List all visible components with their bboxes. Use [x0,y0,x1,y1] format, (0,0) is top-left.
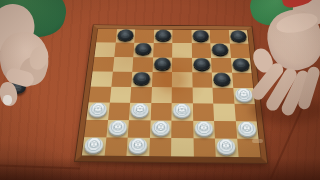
square-a5[interactable] [91,71,113,87]
square-g3[interactable] [213,104,235,121]
square-e1[interactable] [171,138,193,157]
square-b1 [104,137,128,156]
square-e6 [172,57,192,72]
checker-dark-b8[interactable]: ⛂ [117,30,134,41]
square-e5[interactable] [172,72,192,88]
square-h5 [232,72,254,88]
square-e2 [171,120,193,138]
scene: ⛂⛂⛂⛂⛂⛂⛂⛂⛂⛂⛂⛀⛀⛀⛀⛀⛀⛀⛀⛀⛀⛀ ⛂ [0,0,320,180]
checker-dark-g7[interactable]: ⛂ [212,44,229,56]
square-h8[interactable]: ⛂ [228,30,248,44]
square-c6 [132,57,152,72]
square-d5 [152,72,172,88]
square-e4 [172,87,193,103]
square-b5 [111,71,132,87]
square-e7[interactable] [172,43,191,57]
square-c1[interactable]: ⛀ [126,137,149,156]
square-c7[interactable]: ⛂ [133,43,153,57]
square-f7 [191,43,211,57]
square-f3 [192,104,214,121]
square-b3 [108,103,130,120]
square-g5[interactable]: ⛂ [212,72,233,88]
square-h2[interactable]: ⛀ [235,121,258,139]
square-f2[interactable]: ⛀ [193,120,215,138]
checker-light-c1[interactable]: ⛀ [128,138,147,154]
square-a8 [96,29,116,43]
square-f8[interactable]: ⛂ [191,30,210,44]
square-c8 [134,29,154,43]
square-d1 [149,138,172,157]
square-g8 [210,30,230,44]
square-a7[interactable] [94,43,115,57]
square-h7 [229,44,250,58]
checker-dark-h6[interactable]: ⛂ [232,58,250,70]
square-b6[interactable] [112,57,133,72]
checker-dark-c5[interactable]: ⛂ [133,72,151,85]
square-f6[interactable]: ⛂ [192,57,212,72]
square-b7 [114,43,134,57]
square-c2 [128,120,150,138]
checkers-board: ⛂⛂⛂⛂⛂⛂⛂⛂⛂⛂⛂⛀⛀⛀⛀⛀⛀⛀⛀⛀⛀⛀ [75,25,267,163]
square-a4 [89,87,111,103]
square-b2[interactable]: ⛀ [106,120,129,138]
square-a3[interactable]: ⛀ [86,103,109,120]
square-d8[interactable]: ⛂ [153,30,172,44]
square-f4[interactable] [192,87,213,103]
square-d2[interactable]: ⛀ [149,120,171,138]
square-c3[interactable]: ⛀ [129,103,151,120]
square-e3[interactable]: ⛀ [171,103,192,120]
square-h6[interactable]: ⛂ [231,58,252,73]
board-grid: ⛂⛂⛂⛂⛂⛂⛂⛂⛂⛂⛂⛀⛀⛀⛀⛀⛀⛀⛀⛀⛀⛀ [81,28,262,158]
checker-dark-f8[interactable]: ⛂ [193,30,209,41]
square-g6 [211,58,232,73]
checker-light-d2[interactable]: ⛀ [151,120,170,135]
square-b8[interactable]: ⛂ [115,29,135,43]
checker-dark-g5[interactable]: ⛂ [213,73,231,86]
frame-stamp [252,139,263,143]
square-g1[interactable]: ⛀ [215,138,238,157]
checker-dark-d8[interactable]: ⛂ [155,30,171,41]
checker-light-h2[interactable]: ⛀ [237,121,257,136]
checker-dark-c7[interactable]: ⛂ [135,43,152,55]
left-thumbnail [3,95,12,105]
checker-light-e3[interactable]: ⛀ [173,104,191,118]
square-g4 [212,88,234,104]
square-d4[interactable] [151,87,172,103]
square-a2 [84,119,107,137]
square-c4 [130,87,151,103]
checker-light-f2[interactable]: ⛀ [194,121,213,136]
checker-dark-d6[interactable]: ⛂ [154,57,171,69]
square-a6 [93,57,114,72]
square-f5 [192,72,213,88]
square-a1[interactable]: ⛀ [82,137,106,156]
checker-light-h4[interactable]: ⛀ [234,88,253,102]
checker-dark-h8[interactable]: ⛂ [230,30,247,41]
square-c5[interactable]: ⛂ [131,72,152,88]
checker-dark-f6[interactable]: ⛂ [193,58,210,70]
checker-light-g1[interactable]: ⛀ [217,139,237,155]
checker-light-c3[interactable]: ⛀ [131,103,149,117]
square-g7[interactable]: ⛂ [210,44,230,58]
square-g2 [214,121,237,139]
checker-light-a1[interactable]: ⛀ [84,137,104,153]
square-b4[interactable] [109,87,131,103]
square-e8 [172,30,191,44]
square-f1 [193,138,216,157]
square-d7 [153,43,173,57]
square-d6[interactable]: ⛂ [152,57,172,72]
checker-light-a3[interactable]: ⛀ [88,103,107,117]
square-d3 [150,103,171,120]
checker-light-b2[interactable]: ⛀ [108,120,127,135]
